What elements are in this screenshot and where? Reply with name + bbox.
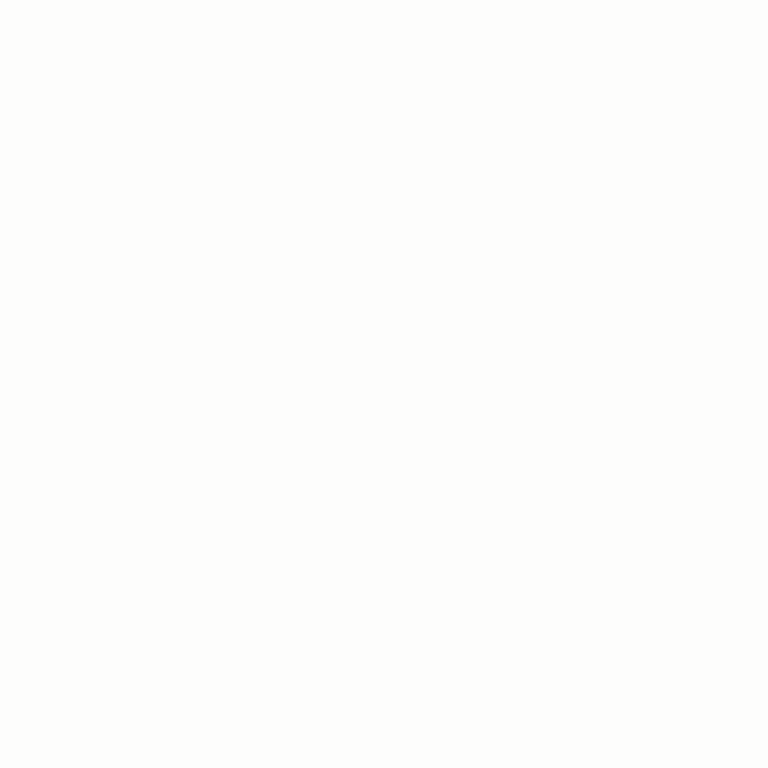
tak-product-photo-scene xyxy=(0,0,768,768)
tak-board-photo xyxy=(0,0,768,768)
